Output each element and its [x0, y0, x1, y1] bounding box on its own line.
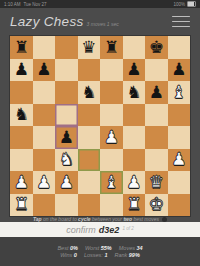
- stat-losses: Losses:1: [84, 252, 108, 258]
- square-g2[interactable]: ♛: [145, 171, 168, 194]
- square-b1[interactable]: [33, 194, 56, 217]
- white-pawn-h3: ♟: [171, 151, 186, 168]
- stat-moves: Moves34: [119, 245, 143, 251]
- square-h8[interactable]: [168, 36, 191, 59]
- status-left: 1:10 AMTue Nov 27: [4, 2, 50, 7]
- black-rook-a8: ♜: [14, 39, 29, 56]
- confirm-counter: 1 of 2: [122, 226, 133, 231]
- black-pawn-h7: ♟: [171, 61, 186, 78]
- app-header: Lazy Chess 3 moves 1 sec: [0, 8, 200, 35]
- square-d4[interactable]: [78, 126, 101, 149]
- square-f6[interactable]: ♞: [123, 81, 146, 104]
- white-pawn-c2: ♟: [59, 174, 74, 191]
- square-c4[interactable]: ♟: [55, 126, 78, 149]
- square-e3[interactable]: [100, 149, 123, 172]
- square-f8[interactable]: [123, 36, 146, 59]
- square-b5[interactable]: [33, 104, 56, 127]
- status-time: 1:10 AM: [4, 2, 21, 7]
- chess-board[interactable]: ♜♛♜♚♟♟♟♟♞♞♟♝♞♟♟♞♟♟♟♟♝♟♛♜♜♚: [10, 36, 190, 216]
- white-bishop-h6: ♝: [171, 84, 186, 101]
- stat-label: Worst: [85, 245, 99, 251]
- stat-label: Moves: [119, 245, 135, 251]
- square-h4[interactable]: [168, 126, 191, 149]
- square-e2[interactable]: ♝: [100, 171, 123, 194]
- white-knight-c3: ♞: [59, 151, 74, 168]
- white-pawn-f2: ♟: [126, 174, 141, 191]
- black-knight-a5: ♞: [14, 106, 29, 123]
- square-f2[interactable]: ♟: [123, 171, 146, 194]
- square-d1[interactable]: [78, 194, 101, 217]
- square-e7[interactable]: [100, 59, 123, 82]
- square-e1[interactable]: [100, 194, 123, 217]
- app-title: Lazy Chess: [10, 14, 84, 29]
- app-subtitle: 3 moves 1 sec: [87, 21, 119, 27]
- square-a1[interactable]: ♜: [10, 194, 33, 217]
- square-f4[interactable]: [123, 126, 146, 149]
- square-c5[interactable]: [55, 104, 78, 127]
- square-a8[interactable]: ♜: [10, 36, 33, 59]
- square-g5[interactable]: [145, 104, 168, 127]
- stat-value: 0%: [70, 245, 78, 251]
- square-c7[interactable]: [55, 59, 78, 82]
- square-g8[interactable]: ♚: [145, 36, 168, 59]
- white-rook-a1: ♜: [14, 196, 29, 213]
- square-g4[interactable]: [145, 126, 168, 149]
- black-knight-f6: ♞: [126, 84, 141, 101]
- battery-percent: 100%: [173, 2, 185, 7]
- square-a2[interactable]: ♟: [10, 171, 33, 194]
- stat-label: Best: [57, 245, 68, 251]
- square-e6[interactable]: [100, 81, 123, 104]
- stat-label: Rank: [114, 252, 127, 258]
- square-f5[interactable]: [123, 104, 146, 127]
- square-b7[interactable]: ♟: [33, 59, 56, 82]
- black-queen-d8: ♛: [81, 39, 96, 56]
- stat-value: 34: [136, 245, 142, 251]
- square-d8[interactable]: ♛: [78, 36, 101, 59]
- square-a5[interactable]: ♞: [10, 104, 33, 127]
- square-c6[interactable]: [55, 81, 78, 104]
- confirm-button[interactable]: confirm d3e2 1 of 2: [0, 222, 200, 237]
- square-h5[interactable]: [168, 104, 191, 127]
- stat-value: 99%: [129, 252, 140, 258]
- white-pawn-a2: ♟: [14, 174, 29, 191]
- square-h3[interactable]: ♟: [168, 149, 191, 172]
- square-b6[interactable]: [33, 81, 56, 104]
- square-e4[interactable]: ♟: [100, 126, 123, 149]
- black-knight-d6: ♞: [81, 84, 96, 101]
- square-c3[interactable]: ♞: [55, 149, 78, 172]
- white-rook-f1: ♜: [126, 196, 141, 213]
- square-g7[interactable]: [145, 59, 168, 82]
- stat-label: Losses:: [84, 252, 103, 258]
- square-c8[interactable]: [55, 36, 78, 59]
- square-b4[interactable]: [33, 126, 56, 149]
- white-pawn-b2: ♟: [36, 174, 51, 191]
- white-bishop-e2: ♝: [104, 174, 119, 191]
- stats-panel: Best0%Worst55%Moves34 Wins0Losses:1Rank9…: [0, 237, 200, 266]
- square-g3[interactable]: [145, 149, 168, 172]
- stat-worst: Worst55%: [85, 245, 112, 251]
- square-b2[interactable]: ♟: [33, 171, 56, 194]
- square-d2[interactable]: [78, 171, 101, 194]
- square-a3[interactable]: [10, 149, 33, 172]
- square-h2[interactable]: [168, 171, 191, 194]
- square-g1[interactable]: ♚: [145, 194, 168, 217]
- status-date: Tue Nov 27: [24, 2, 47, 7]
- square-h7[interactable]: ♟: [168, 59, 191, 82]
- white-pawn-e4: ♟: [104, 129, 119, 146]
- square-e8[interactable]: ♜: [100, 36, 123, 59]
- stat-value: 1: [104, 252, 107, 258]
- confirm-label: confirm: [66, 225, 96, 235]
- black-pawn-f7: ♟: [126, 61, 141, 78]
- square-h1[interactable]: [168, 194, 191, 217]
- square-a7[interactable]: ♟: [10, 59, 33, 82]
- hamburger-icon: [172, 16, 190, 18]
- square-d6[interactable]: ♞: [78, 81, 101, 104]
- white-king-g1: ♚: [149, 196, 164, 213]
- black-pawn-b7: ♟: [36, 61, 51, 78]
- stats-row-2: Wins0Losses:1Rank99%: [60, 252, 140, 258]
- info-icon[interactable]: [162, 217, 167, 222]
- square-d3[interactable]: [78, 149, 101, 172]
- stats-row-1: Best0%Worst55%Moves34: [57, 245, 142, 251]
- battery-icon: [187, 1, 196, 7]
- square-f1[interactable]: ♜: [123, 194, 146, 217]
- square-a6[interactable]: [10, 81, 33, 104]
- square-g6[interactable]: ♟: [145, 81, 168, 104]
- square-e5[interactable]: [100, 104, 123, 127]
- stat-best: Best0%: [57, 245, 77, 251]
- square-d5[interactable]: [78, 104, 101, 127]
- black-rook-e8: ♜: [104, 39, 119, 56]
- stat-rank: Rank99%: [114, 252, 139, 258]
- square-c2[interactable]: ♟: [55, 171, 78, 194]
- black-pawn-c4: ♟: [59, 129, 74, 146]
- square-f3[interactable]: [123, 149, 146, 172]
- confirm-move: d3e2: [99, 225, 120, 235]
- black-pawn-a7: ♟: [14, 61, 29, 78]
- square-a4[interactable]: [10, 126, 33, 149]
- black-king-g8: ♚: [149, 39, 164, 56]
- app-screen: 1:10 AMTue Nov 27 100% Lazy Chess 3 move…: [0, 0, 200, 266]
- square-c1[interactable]: [55, 194, 78, 217]
- status-bar: 1:10 AMTue Nov 27 100%: [0, 0, 200, 8]
- menu-button[interactable]: [172, 16, 190, 28]
- status-right: 100%: [173, 1, 196, 7]
- white-queen-g2: ♛: [149, 174, 164, 191]
- square-h6[interactable]: ♝: [168, 81, 191, 104]
- black-pawn-g6: ♟: [149, 84, 164, 101]
- stat-label: Wins: [60, 252, 72, 258]
- stat-value: 55%: [101, 245, 112, 251]
- title-wrap: Lazy Chess 3 moves 1 sec: [10, 14, 119, 29]
- square-b8[interactable]: [33, 36, 56, 59]
- square-d7[interactable]: [78, 59, 101, 82]
- square-f7[interactable]: ♟: [123, 59, 146, 82]
- stat-wins: Wins0: [60, 252, 77, 258]
- stat-value: 0: [74, 252, 77, 258]
- square-b3[interactable]: [33, 149, 56, 172]
